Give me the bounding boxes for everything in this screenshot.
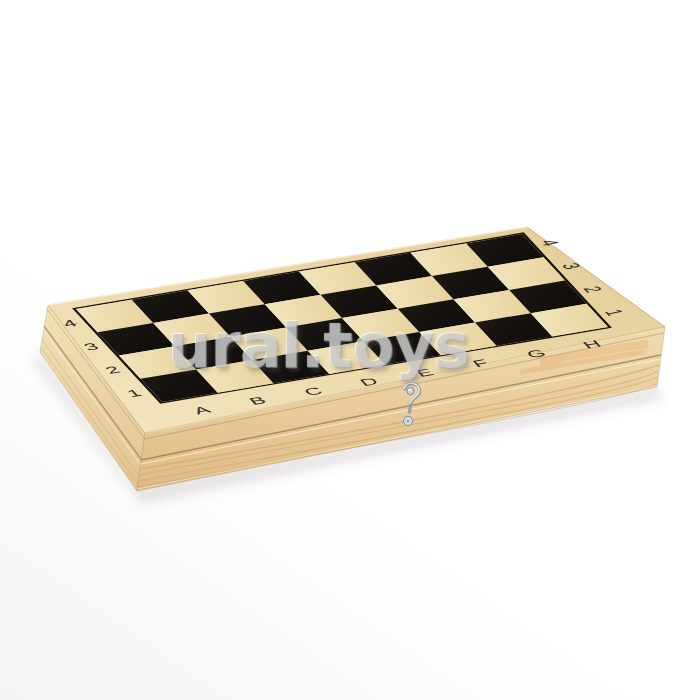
product-photo: ABCDEFGH 4321 4321 ural.toys xyxy=(0,0,700,700)
chess-box-illustration xyxy=(0,0,700,700)
